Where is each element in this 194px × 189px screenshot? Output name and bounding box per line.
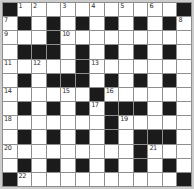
white-cell-r13c4[interactable] (47, 173, 61, 186)
black-cell-r8c2 (18, 102, 32, 115)
black-cell-r2c4 (47, 17, 61, 30)
white-cell-r9c9[interactable]: 19 (119, 116, 133, 129)
black-cell-r7c7 (90, 88, 104, 101)
white-cell-r12c7[interactable] (90, 159, 104, 172)
white-cell-r1c9[interactable]: 5 (119, 3, 133, 16)
clue-number-10: 10 (62, 31, 69, 38)
white-cell-r9c6[interactable] (76, 116, 90, 129)
black-cell-r8c12 (163, 102, 177, 115)
white-cell-r5c7[interactable]: 13 (90, 60, 104, 73)
white-cell-r10c3[interactable] (32, 130, 46, 143)
white-cell-r13c2[interactable]: 22 (18, 173, 32, 186)
white-cell-r3c10[interactable] (134, 31, 148, 44)
white-cell-r1c10[interactable] (134, 3, 148, 16)
white-cell-r1c3[interactable]: 2 (32, 3, 46, 16)
white-cell-r11c9[interactable] (119, 145, 133, 158)
clue-number-6: 6 (149, 3, 153, 10)
white-cell-r3c6[interactable] (76, 31, 90, 44)
black-cell-r2c8 (105, 17, 119, 30)
black-cell-r3c4 (47, 31, 61, 44)
white-cell-r5c4[interactable] (47, 60, 61, 73)
white-cell-r2c7[interactable] (90, 17, 104, 30)
white-cell-r4c13[interactable] (177, 45, 191, 58)
black-cell-r5c6 (76, 60, 90, 73)
black-cell-r2c6 (76, 17, 90, 30)
black-cell-r6c6 (76, 74, 90, 87)
white-cell-r13c5[interactable] (61, 173, 75, 186)
black-cell-r8c8 (105, 102, 119, 115)
clue-number-15: 15 (62, 88, 69, 95)
black-cell-r13c1 (3, 173, 17, 186)
white-cell-r7c6[interactable] (76, 88, 90, 101)
black-cell-r11c10 (134, 145, 148, 158)
white-cell-r7c8[interactable]: 16 (105, 88, 119, 101)
white-cell-r13c3[interactable] (32, 173, 46, 186)
black-cell-r12c4 (47, 159, 61, 172)
white-cell-r11c5[interactable] (61, 145, 75, 158)
white-cell-r3c5[interactable]: 10 (61, 31, 75, 44)
black-cell-r10c11 (148, 130, 162, 143)
black-cell-r10c6 (76, 130, 90, 143)
white-cell-r12c5[interactable] (61, 159, 75, 172)
white-cell-r5c12[interactable] (163, 60, 177, 73)
black-cell-r10c4 (47, 130, 61, 143)
white-cell-r12c13[interactable] (177, 159, 191, 172)
black-cell-r2c2 (18, 17, 32, 30)
white-cell-r1c8[interactable] (105, 3, 119, 16)
white-cell-r11c6[interactable] (76, 145, 90, 158)
white-cell-r12c3[interactable] (32, 159, 46, 172)
white-cell-r10c5[interactable] (61, 130, 75, 143)
white-cell-r13c10[interactable] (134, 173, 148, 186)
black-cell-r8c10 (134, 102, 148, 115)
white-cell-r9c3[interactable] (32, 116, 46, 129)
clue-number-22: 22 (19, 173, 26, 180)
clue-number-3: 3 (62, 3, 66, 10)
white-cell-r10c13[interactable] (177, 130, 191, 143)
clue-number-19: 19 (120, 116, 127, 123)
black-cell-r4c3 (32, 45, 46, 58)
black-cell-r6c2 (18, 74, 32, 87)
white-cell-r6c3[interactable] (32, 74, 46, 87)
white-cell-r7c11[interactable] (148, 88, 162, 101)
clue-number-4: 4 (91, 3, 95, 10)
white-cell-r5c13[interactable] (177, 60, 191, 73)
white-cell-r4c11[interactable] (148, 45, 162, 58)
white-cell-r6c1[interactable] (3, 74, 17, 87)
white-cell-r9c10[interactable] (134, 116, 148, 129)
white-cell-r2c13[interactable]: 8 (177, 17, 191, 30)
black-cell-r4c4 (47, 45, 61, 58)
white-cell-r13c7[interactable] (90, 173, 104, 186)
white-cell-r2c1[interactable]: 7 (3, 17, 17, 30)
white-cell-r7c2[interactable] (18, 88, 32, 101)
white-cell-r12c9[interactable] (119, 159, 133, 172)
black-cell-r4c2 (18, 45, 32, 58)
clue-number-1: 1 (19, 3, 23, 10)
black-cell-r12c2 (18, 159, 32, 172)
black-cell-r12c8 (105, 159, 119, 172)
white-cell-r11c4[interactable] (47, 145, 61, 158)
white-cell-r13c6[interactable] (76, 173, 90, 186)
white-cell-r13c11[interactable] (148, 173, 162, 186)
white-cell-r1c5[interactable]: 3 (61, 3, 75, 16)
white-cell-r10c1[interactable] (3, 130, 17, 143)
white-cell-r5c11[interactable] (148, 60, 162, 73)
white-cell-r2c11[interactable] (148, 17, 162, 30)
clue-number-21: 21 (149, 145, 156, 152)
black-cell-r6c4 (47, 74, 61, 87)
white-cell-r2c3[interactable] (32, 17, 46, 30)
white-cell-r12c1[interactable] (3, 159, 17, 172)
black-cell-r9c8 (105, 116, 119, 129)
white-cell-r5c5[interactable] (61, 60, 75, 73)
white-cell-r8c3[interactable] (32, 102, 46, 115)
white-cell-r11c3[interactable] (32, 145, 46, 158)
white-cell-r8c13[interactable] (177, 102, 191, 115)
black-cell-r6c5 (61, 74, 75, 87)
white-cell-r11c12[interactable] (163, 145, 177, 158)
black-cell-r8c6 (76, 102, 90, 115)
white-cell-r1c4[interactable] (47, 3, 61, 16)
white-cell-r7c12[interactable] (163, 88, 177, 101)
white-cell-r2c5[interactable] (61, 17, 75, 30)
black-cell-r12c6 (76, 159, 90, 172)
white-cell-r7c3[interactable] (32, 88, 46, 101)
black-cell-r10c2 (18, 130, 32, 143)
clue-number-18: 18 (4, 116, 11, 123)
white-cell-r8c7[interactable]: 17 (90, 102, 104, 115)
white-cell-r6c7[interactable] (90, 74, 104, 87)
clue-number-2: 2 (33, 3, 37, 10)
white-cell-r10c7[interactable] (90, 130, 104, 143)
white-cell-r5c10[interactable] (134, 60, 148, 73)
white-cell-r12c11[interactable] (148, 159, 162, 172)
white-cell-r11c8[interactable] (105, 145, 119, 158)
black-cell-r13c13 (177, 173, 191, 186)
white-cell-r3c3[interactable] (32, 31, 46, 44)
white-cell-r1c7[interactable]: 4 (90, 3, 104, 16)
clue-number-7: 7 (4, 17, 8, 24)
white-cell-r3c13[interactable] (177, 31, 191, 44)
white-cell-r6c9[interactable] (119, 74, 133, 87)
white-cell-r9c4[interactable] (47, 116, 61, 129)
black-cell-r4c6 (76, 45, 90, 58)
white-cell-r5c1[interactable]: 11 (3, 60, 17, 73)
white-cell-r8c1[interactable] (3, 102, 17, 115)
white-cell-r2c9[interactable] (119, 17, 133, 30)
white-cell-r11c1[interactable]: 20 (3, 145, 17, 158)
black-cell-r8c4 (47, 102, 61, 115)
white-cell-r9c1[interactable]: 18 (3, 116, 17, 129)
black-cell-r10c10 (134, 130, 148, 143)
white-cell-r4c5[interactable] (61, 45, 75, 58)
white-cell-r3c1[interactable]: 9 (3, 31, 17, 44)
white-cell-r1c12[interactable] (163, 3, 177, 16)
white-cell-r4c7[interactable] (90, 45, 104, 58)
white-cell-r3c11[interactable] (148, 31, 162, 44)
black-cell-r4c12 (163, 45, 177, 58)
white-cell-r3c8[interactable] (105, 31, 119, 44)
white-cell-r11c2[interactable] (18, 145, 32, 158)
white-cell-r5c2[interactable] (18, 60, 32, 73)
white-cell-r5c3[interactable]: 12 (32, 60, 46, 73)
crossword-board: 12345678910111213141516171819202122 (0, 0, 194, 189)
clue-number-20: 20 (4, 145, 11, 152)
white-cell-r13c9[interactable] (119, 173, 133, 186)
clue-number-13: 13 (91, 60, 98, 67)
clue-number-16: 16 (106, 88, 113, 95)
white-cell-r11c11[interactable]: 21 (148, 145, 162, 158)
black-cell-r1c1 (3, 3, 17, 16)
clue-number-12: 12 (33, 60, 40, 67)
black-cell-r2c10 (134, 17, 148, 30)
clue-number-17: 17 (91, 102, 98, 109)
white-cell-r11c7[interactable] (90, 145, 104, 158)
white-cell-r1c2[interactable]: 1 (18, 3, 32, 16)
white-cell-r13c8[interactable] (105, 173, 119, 186)
clue-number-9: 9 (4, 31, 8, 38)
black-cell-r1c13 (177, 3, 191, 16)
white-cell-r9c2[interactable] (18, 116, 32, 129)
white-cell-r5c9[interactable] (119, 60, 133, 73)
white-cell-r1c6[interactable] (76, 3, 90, 16)
white-cell-r3c7[interactable] (90, 31, 104, 44)
white-cell-r6c11[interactable] (148, 74, 162, 87)
black-cell-r12c10 (134, 159, 148, 172)
white-cell-r4c1[interactable] (3, 45, 17, 58)
white-cell-r7c9[interactable] (119, 88, 133, 101)
white-cell-r6c13[interactable] (177, 74, 191, 87)
black-cell-r10c8 (105, 130, 119, 143)
black-cell-r2c12 (163, 17, 177, 30)
white-cell-r3c9[interactable] (119, 31, 133, 44)
black-cell-r4c8 (105, 45, 119, 58)
black-cell-r10c12 (163, 130, 177, 143)
black-cell-r12c12 (163, 159, 177, 172)
white-cell-r11c13[interactable] (177, 145, 191, 158)
white-cell-r5c8[interactable] (105, 60, 119, 73)
white-cell-r3c12[interactable] (163, 31, 177, 44)
clue-number-14: 14 (4, 88, 11, 95)
white-cell-r8c11[interactable] (148, 102, 162, 115)
white-cell-r7c13[interactable] (177, 88, 191, 101)
clue-number-5: 5 (120, 3, 124, 10)
white-cell-r7c10[interactable] (134, 88, 148, 101)
black-cell-r6c8 (105, 74, 119, 87)
white-cell-r10c9[interactable] (119, 130, 133, 143)
clue-number-11: 11 (4, 60, 11, 67)
white-cell-r9c7[interactable] (90, 116, 104, 129)
clue-number-8: 8 (178, 17, 182, 24)
black-cell-r8c9 (119, 102, 133, 115)
black-cell-r6c10 (134, 74, 148, 87)
white-cell-r7c1[interactable]: 14 (3, 88, 17, 101)
white-cell-r7c4[interactable] (47, 88, 61, 101)
white-cell-r8c5[interactable] (61, 102, 75, 115)
white-cell-r7c5[interactable]: 15 (61, 88, 75, 101)
white-cell-r9c5[interactable] (61, 116, 75, 129)
black-cell-r6c12 (163, 74, 177, 87)
white-cell-r1c11[interactable]: 6 (148, 3, 162, 16)
black-cell-r4c10 (134, 45, 148, 58)
white-cell-r4c9[interactable] (119, 45, 133, 58)
white-cell-r9c11[interactable] (148, 116, 162, 129)
white-cell-r3c2[interactable] (18, 31, 32, 44)
white-cell-r9c13[interactable] (177, 116, 191, 129)
white-cell-r9c12[interactable] (163, 116, 177, 129)
white-cell-r13c12[interactable] (163, 173, 177, 186)
crossword-grid: 12345678910111213141516171819202122 (2, 2, 192, 187)
